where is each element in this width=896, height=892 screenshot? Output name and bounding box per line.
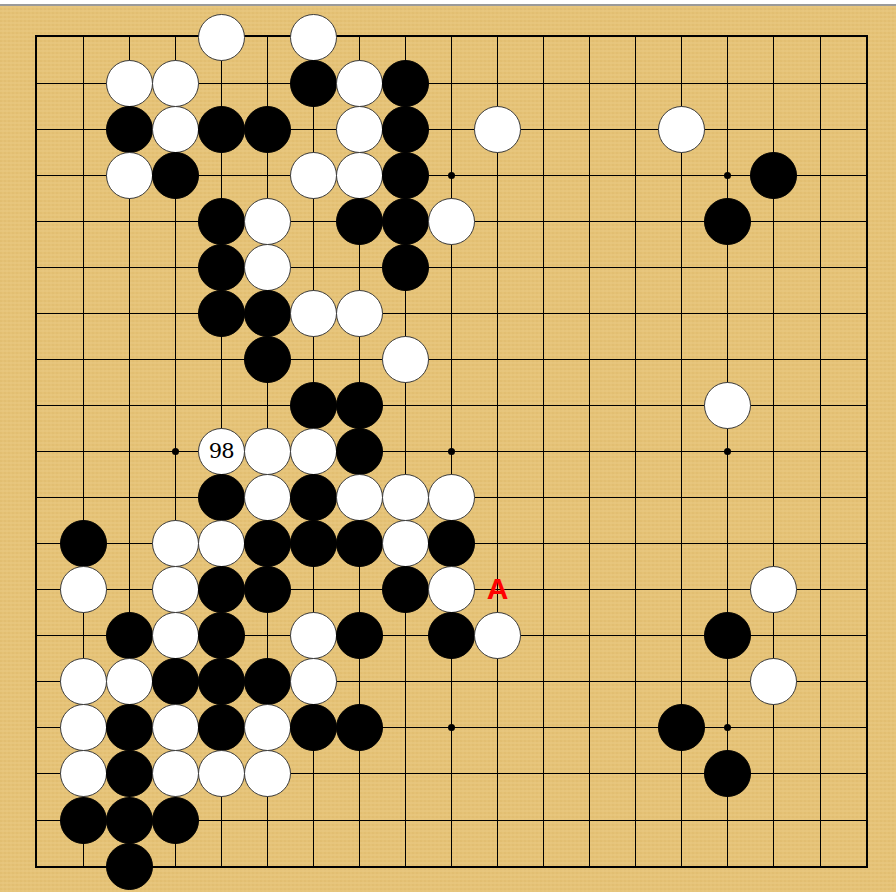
stone-white-c3-r2[interactable]: [152, 106, 199, 153]
stone-black-c8-r4[interactable]: [382, 198, 429, 245]
stone-white-c2-r3[interactable]: [106, 152, 153, 199]
stone-black-c3-r14[interactable]: [152, 658, 199, 705]
grid-line-vertical: [589, 37, 590, 866]
stone-white-c6-r13[interactable]: [290, 612, 337, 659]
stone-white-c4-r0[interactable]: [198, 14, 245, 61]
stone-black-c5-r14[interactable]: [244, 658, 291, 705]
stone-white-c9-r4[interactable]: [428, 198, 475, 245]
go-board[interactable]: 98A: [0, 0, 896, 892]
stone-white-c6-r3[interactable]: [290, 152, 337, 199]
stone-black-c4-r10[interactable]: [198, 474, 245, 521]
stone-black-c9-r13[interactable]: [428, 612, 475, 659]
stone-white-c5-r4[interactable]: [244, 198, 291, 245]
page: 98A: [0, 0, 896, 892]
stone-black-c7-r11[interactable]: [336, 520, 383, 567]
stone-white-c1-r16[interactable]: [60, 750, 107, 797]
stone-black-c4-r15[interactable]: [198, 704, 245, 751]
stone-black-c5-r11[interactable]: [244, 520, 291, 567]
grid-line-vertical: [635, 37, 636, 866]
stone-black-c7-r15[interactable]: [336, 704, 383, 751]
stone-black-c6-r8[interactable]: [290, 382, 337, 429]
grid-line-vertical: [543, 37, 544, 866]
stone-white-c3-r11[interactable]: [152, 520, 199, 567]
stone-white-c8-r7[interactable]: [382, 336, 429, 383]
stone-black-c2-r15[interactable]: [106, 704, 153, 751]
stone-white-c5-r15[interactable]: [244, 704, 291, 751]
stone-black-c5-r2[interactable]: [244, 106, 291, 153]
grid-line-vertical: [497, 37, 498, 866]
stone-white-c6-r0[interactable]: [290, 14, 337, 61]
stone-black-c6-r15[interactable]: [290, 704, 337, 751]
stone-white-c8-r10[interactable]: [382, 474, 429, 521]
stone-black-c9-r11[interactable]: [428, 520, 475, 567]
stone-black-c6-r11[interactable]: [290, 520, 337, 567]
star-point: [448, 448, 455, 455]
stone-white-c6-r6[interactable]: [290, 290, 337, 337]
stone-white-c6-r14[interactable]: [290, 658, 337, 705]
stone-white-c2-r1[interactable]: [106, 60, 153, 107]
stone-black-c7-r13[interactable]: [336, 612, 383, 659]
stone-white-c7-r10[interactable]: [336, 474, 383, 521]
stone-white-c9-r10[interactable]: [428, 474, 475, 521]
stone-white-c1-r15[interactable]: [60, 704, 107, 751]
stone-white-c5-r16[interactable]: [244, 750, 291, 797]
stone-white-c2-r14[interactable]: [106, 658, 153, 705]
star-point: [448, 172, 455, 179]
stone-white-c5-r5[interactable]: [244, 244, 291, 291]
stone-white-c1-r12[interactable]: [60, 566, 107, 613]
stone-black-c1-r17[interactable]: [60, 797, 107, 844]
stone-black-c4-r13[interactable]: [198, 612, 245, 659]
stone-white-c10-r2[interactable]: [474, 106, 521, 153]
stone-white-c4-r9[interactable]: 98: [198, 428, 245, 475]
marker-letter-A[interactable]: A: [487, 574, 509, 604]
stone-white-c4-r11[interactable]: [198, 520, 245, 567]
stone-white-c3-r13[interactable]: [152, 612, 199, 659]
stone-white-c4-r16[interactable]: [198, 750, 245, 797]
stone-black-c4-r6[interactable]: [198, 290, 245, 337]
stone-white-c5-r9[interactable]: [244, 428, 291, 475]
stone-black-c7-r8[interactable]: [336, 382, 383, 429]
stone-white-c7-r2[interactable]: [336, 106, 383, 153]
stone-black-c7-r9[interactable]: [336, 428, 383, 475]
stone-black-c2-r17[interactable]: [106, 797, 153, 844]
stone-black-c2-r2[interactable]: [106, 106, 153, 153]
stone-black-c4-r2[interactable]: [198, 106, 245, 153]
stone-white-c3-r15[interactable]: [152, 704, 199, 751]
stone-white-c6-r9[interactable]: [290, 428, 337, 475]
stone-black-c5-r12[interactable]: [244, 566, 291, 613]
stone-black-c5-r6[interactable]: [244, 290, 291, 337]
stone-black-c1-r11[interactable]: [60, 520, 107, 567]
stone-black-c8-r12[interactable]: [382, 566, 429, 613]
stone-white-c3-r12[interactable]: [152, 566, 199, 613]
stone-black-c2-r16[interactable]: [106, 750, 153, 797]
stone-black-c7-r4[interactable]: [336, 198, 383, 245]
stone-white-c14-r2[interactable]: [658, 106, 705, 153]
stone-black-c6-r1[interactable]: [290, 60, 337, 107]
stone-black-c8-r1[interactable]: [382, 60, 429, 107]
stone-black-c4-r14[interactable]: [198, 658, 245, 705]
stone-white-c7-r1[interactable]: [336, 60, 383, 107]
stone-white-c3-r1[interactable]: [152, 60, 199, 107]
stone-black-c8-r2[interactable]: [382, 106, 429, 153]
stone-white-c3-r16[interactable]: [152, 750, 199, 797]
move-number-label: 98: [209, 441, 234, 462]
stone-black-c5-r7[interactable]: [244, 336, 291, 383]
stone-black-c2-r13[interactable]: [106, 612, 153, 659]
stone-black-c6-r10[interactable]: [290, 474, 337, 521]
stone-black-c4-r5[interactable]: [198, 244, 245, 291]
stone-black-c16-r3[interactable]: [750, 152, 797, 199]
stone-black-c4-r12[interactable]: [198, 566, 245, 613]
star-point: [172, 448, 179, 455]
stone-white-c9-r12[interactable]: [428, 566, 475, 613]
stone-white-c5-r10[interactable]: [244, 474, 291, 521]
grid-line-vertical: [820, 37, 821, 866]
stone-black-c3-r17[interactable]: [152, 797, 199, 844]
stone-white-c7-r6[interactable]: [336, 290, 383, 337]
stone-black-c2-r18[interactable]: [106, 843, 153, 890]
stone-white-c1-r14[interactable]: [60, 658, 107, 705]
stone-black-c3-r3[interactable]: [152, 152, 199, 199]
stone-black-c15-r4[interactable]: [704, 198, 751, 245]
stone-black-c4-r4[interactable]: [198, 198, 245, 245]
stone-black-c8-r3[interactable]: [382, 152, 429, 199]
stone-black-c8-r5[interactable]: [382, 244, 429, 291]
stone-white-c7-r3[interactable]: [336, 152, 383, 199]
stone-white-c8-r11[interactable]: [382, 520, 429, 567]
